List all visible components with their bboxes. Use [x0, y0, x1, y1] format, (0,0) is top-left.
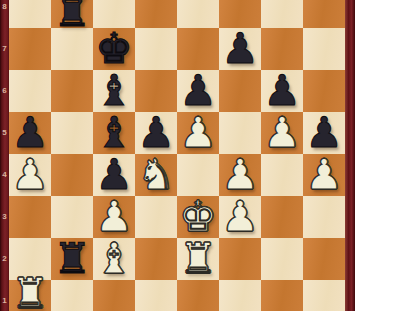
square-h4[interactable]: ♟ — [303, 154, 345, 196]
square-a5[interactable]: ♟ — [9, 112, 51, 154]
square-b6[interactable] — [51, 70, 93, 112]
square-d5[interactable]: ♟ — [135, 112, 177, 154]
square-a1[interactable]: ♜ — [9, 280, 51, 311]
square-a7[interactable] — [9, 28, 51, 70]
square-b5[interactable] — [51, 112, 93, 154]
square-e3[interactable]: ♚ — [177, 196, 219, 238]
square-c2[interactable]: ♝ — [93, 238, 135, 280]
rank-label-5: 5 — [0, 127, 9, 139]
rank-label-8: 8 — [0, 1, 9, 13]
square-h6[interactable] — [303, 70, 345, 112]
white-rook-e2[interactable]: ♜ — [179, 238, 217, 280]
square-g2[interactable] — [261, 238, 303, 280]
rank-label-3: 3 — [0, 211, 9, 223]
rank-label-2: 2 — [0, 253, 9, 265]
white-pawn-h4[interactable]: ♟ — [305, 154, 343, 196]
square-c4[interactable]: ♟ — [93, 154, 135, 196]
white-pawn-f3[interactable]: ♟ — [221, 196, 259, 238]
square-a4[interactable]: ♟ — [9, 154, 51, 196]
square-e2[interactable]: ♜ — [177, 238, 219, 280]
square-f6[interactable] — [219, 70, 261, 112]
square-e8[interactable] — [177, 0, 219, 28]
square-e1[interactable] — [177, 280, 219, 311]
black-pawn-e6[interactable]: ♟ — [179, 70, 217, 112]
square-g8[interactable] — [261, 0, 303, 28]
black-pawn-d5[interactable]: ♟ — [137, 112, 175, 154]
square-h8[interactable] — [303, 0, 345, 28]
square-h1[interactable] — [303, 280, 345, 311]
square-f4[interactable]: ♟ — [219, 154, 261, 196]
square-e7[interactable] — [177, 28, 219, 70]
square-g6[interactable]: ♟ — [261, 70, 303, 112]
white-rook-a1[interactable]: ♜ — [11, 273, 49, 311]
black-bishop-c5[interactable]: ♝ — [95, 112, 133, 154]
rank-label-1: 1 — [0, 295, 9, 307]
square-d8[interactable] — [135, 0, 177, 28]
square-c7[interactable]: ♚ — [93, 28, 135, 70]
square-d2[interactable] — [135, 238, 177, 280]
rank-label-6: 6 — [0, 85, 9, 97]
black-rook-b2[interactable]: ♜ — [53, 238, 91, 280]
white-pawn-f4[interactable]: ♟ — [221, 154, 259, 196]
white-knight-d4[interactable]: ♞ — [137, 154, 175, 196]
square-f5[interactable] — [219, 112, 261, 154]
square-e4[interactable] — [177, 154, 219, 196]
black-pawn-f7[interactable]: ♟ — [221, 28, 259, 70]
square-h7[interactable] — [303, 28, 345, 70]
square-c1[interactable] — [93, 280, 135, 311]
square-g1[interactable] — [261, 280, 303, 311]
square-b8[interactable]: ♜ — [51, 0, 93, 28]
square-a3[interactable] — [9, 196, 51, 238]
white-bishop-c2[interactable]: ♝ — [95, 238, 133, 280]
square-f1[interactable] — [219, 280, 261, 311]
square-h3[interactable] — [303, 196, 345, 238]
white-pawn-g5[interactable]: ♟ — [263, 112, 301, 154]
black-pawn-g6[interactable]: ♟ — [263, 70, 301, 112]
square-f7[interactable]: ♟ — [219, 28, 261, 70]
square-d4[interactable]: ♞ — [135, 154, 177, 196]
square-b1[interactable] — [51, 280, 93, 311]
square-d7[interactable] — [135, 28, 177, 70]
square-g4[interactable] — [261, 154, 303, 196]
square-f2[interactable] — [219, 238, 261, 280]
square-c3[interactable]: ♟ — [93, 196, 135, 238]
rank-labels-border: 87654321 — [0, 0, 9, 311]
square-a8[interactable] — [9, 0, 51, 28]
square-g7[interactable] — [261, 28, 303, 70]
square-e5[interactable]: ♟ — [177, 112, 219, 154]
square-b2[interactable]: ♜ — [51, 238, 93, 280]
board-right-border — [345, 0, 355, 311]
rank-label-7: 7 — [0, 43, 9, 55]
black-bishop-c6[interactable]: ♝ — [95, 70, 133, 112]
square-h2[interactable] — [303, 238, 345, 280]
white-pawn-e5[interactable]: ♟ — [179, 112, 217, 154]
square-g5[interactable]: ♟ — [261, 112, 303, 154]
square-d6[interactable] — [135, 70, 177, 112]
white-pawn-c3[interactable]: ♟ — [95, 196, 133, 238]
square-h5[interactable]: ♟ — [303, 112, 345, 154]
white-king-e3[interactable]: ♚ — [179, 196, 217, 238]
white-pawn-a4[interactable]: ♟ — [11, 154, 49, 196]
square-b4[interactable] — [51, 154, 93, 196]
black-pawn-a5[interactable]: ♟ — [11, 112, 49, 154]
chess-board: ♜♚♟♝♟♟♟♝♟♟♟♟♟♟♞♟♟♟♚♟♜♝♜♜ — [9, 0, 345, 311]
page-background: ♜♚♟♝♟♟♟♝♟♟♟♟♟♟♞♟♟♟♚♟♜♝♜♜ 87654321 — [0, 0, 414, 311]
square-b3[interactable] — [51, 196, 93, 238]
square-c5[interactable]: ♝ — [93, 112, 135, 154]
square-a6[interactable] — [9, 70, 51, 112]
rank-label-4: 4 — [0, 169, 9, 181]
square-c6[interactable]: ♝ — [93, 70, 135, 112]
square-e6[interactable]: ♟ — [177, 70, 219, 112]
square-f3[interactable]: ♟ — [219, 196, 261, 238]
square-d1[interactable] — [135, 280, 177, 311]
black-pawn-c4[interactable]: ♟ — [95, 154, 133, 196]
square-d3[interactable] — [135, 196, 177, 238]
black-king-c7[interactable]: ♚ — [95, 28, 133, 70]
black-rook-b8[interactable]: ♜ — [53, 0, 91, 33]
black-pawn-h5[interactable]: ♟ — [305, 112, 343, 154]
square-g3[interactable] — [261, 196, 303, 238]
